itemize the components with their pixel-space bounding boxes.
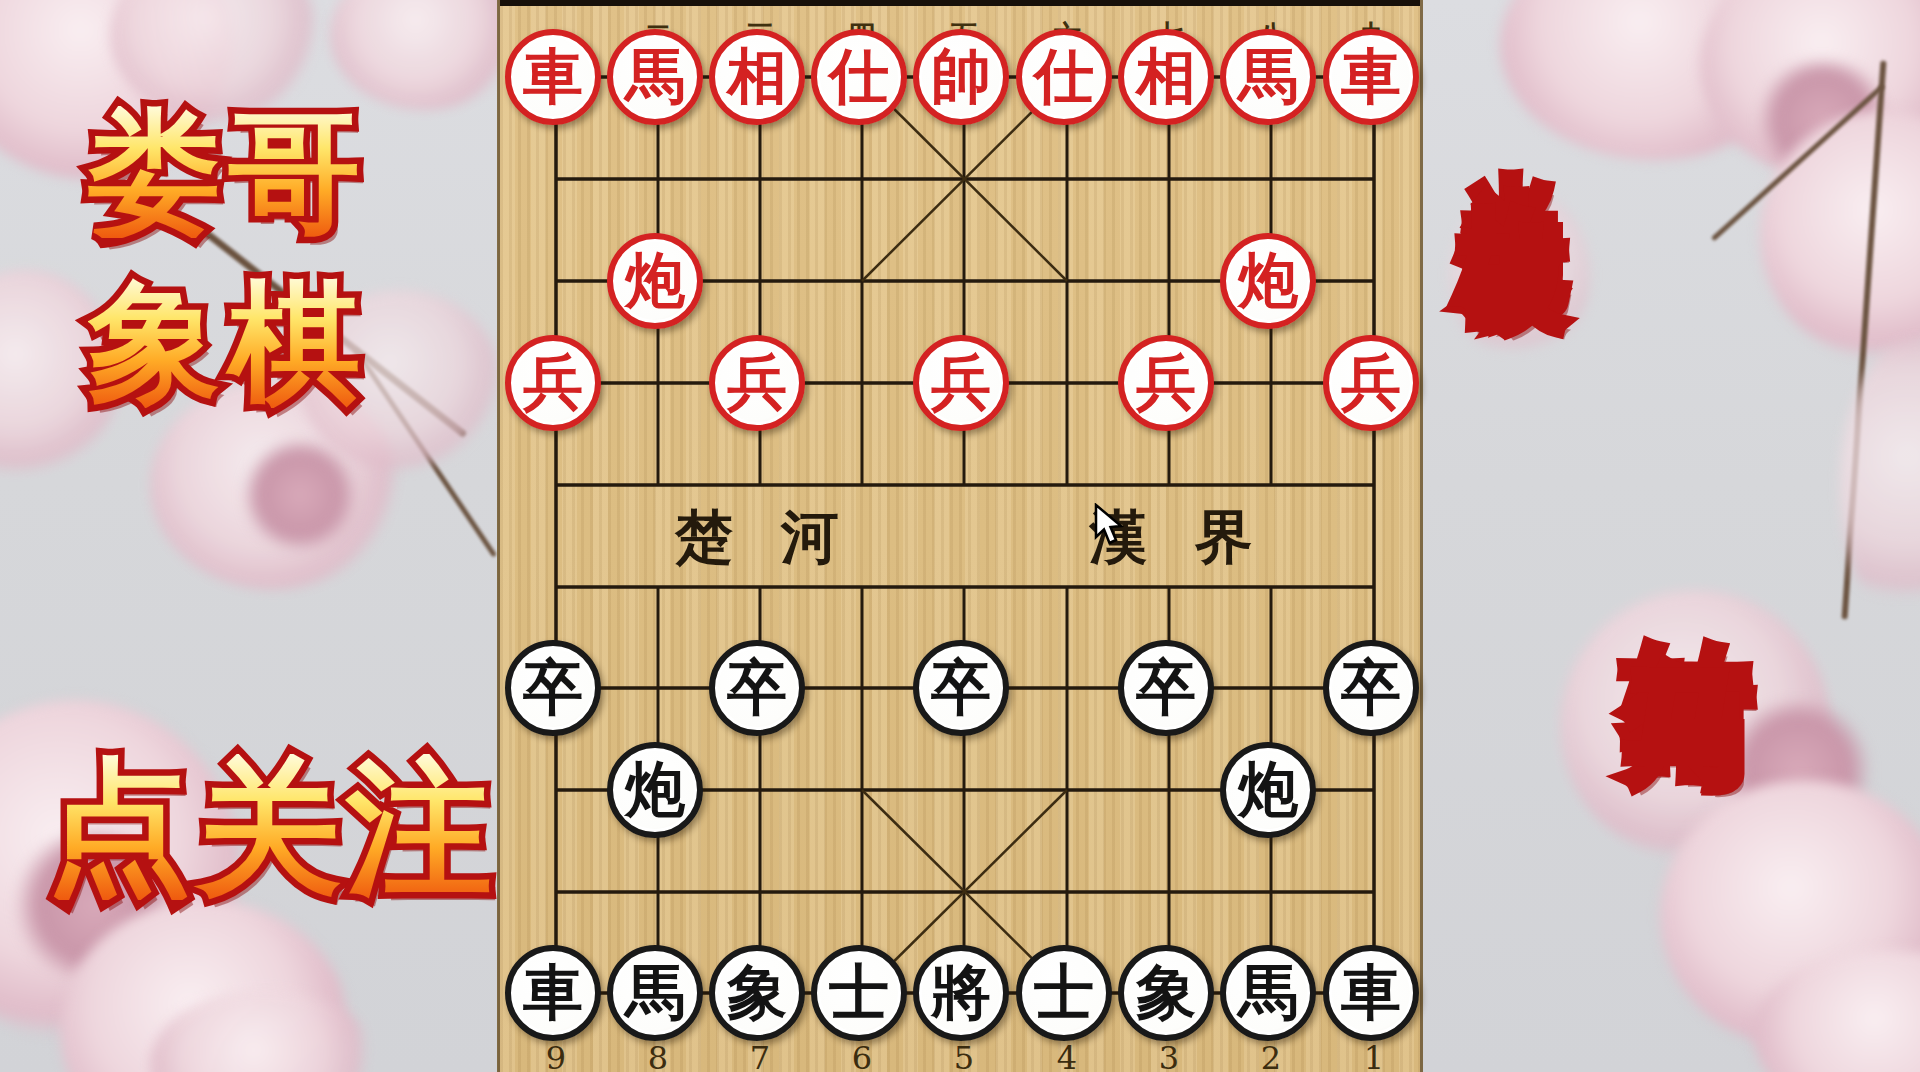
top-file-label: 九	[1360, 22, 1388, 50]
caption-text: 点关注	[46, 754, 496, 900]
channel-title-line2: 象棋 象棋	[88, 276, 368, 408]
bottom-file-number: 2	[1261, 1042, 1281, 1072]
mouse-cursor	[1093, 503, 1129, 549]
top-file-label: 四	[848, 22, 876, 50]
top-file-label: 五	[950, 22, 978, 50]
xiangqi-board: 一二三四五六七八九 987654321 楚河 漢界	[497, 0, 1423, 1072]
right-caption-secondary: 转角马 转角马	[1626, 540, 1754, 594]
blossom-decoration	[1840, 340, 1920, 630]
bottom-file-number: 8	[648, 1042, 668, 1072]
right-background	[1423, 0, 1920, 1072]
caption-text: 娄哥	[88, 106, 368, 238]
right-caption-primary: 当头炮破 当头炮破	[1460, 88, 1566, 160]
bottom-file-number: 6	[852, 1042, 872, 1072]
channel-title-line1: 娄哥 娄哥	[88, 106, 368, 238]
caption-text: 转角马	[1626, 540, 1754, 594]
bottom-file-number: 4	[1057, 1042, 1077, 1072]
blossom-decoration	[240, 440, 360, 550]
caption-text: 当头炮破	[1460, 88, 1566, 160]
top-file-label: 六	[1053, 22, 1081, 50]
river-text-left: 楚河	[675, 508, 887, 566]
top-file-label: 七	[1155, 22, 1183, 50]
top-file-label: 八	[1257, 22, 1285, 50]
bottom-file-number: 1	[1364, 1042, 1384, 1072]
bottom-file-number: 3	[1159, 1042, 1179, 1072]
video-frame: 一二三四五六七八九 987654321 楚河 漢界 車馬相仕帥仕相馬車炮炮兵兵兵…	[0, 0, 1920, 1072]
blossom-decoration	[330, 0, 497, 110]
top-file-label: 一	[542, 22, 570, 50]
bottom-file-number: 7	[750, 1042, 770, 1072]
caption-text: 象棋	[88, 276, 368, 408]
bottom-file-number: 5	[954, 1042, 974, 1072]
top-file-label: 二	[644, 22, 672, 50]
blossom-decoration	[1450, 190, 1590, 360]
bottom-file-number: 9	[546, 1042, 566, 1072]
follow-cta: 点关注 点关注	[46, 754, 496, 900]
top-file-label: 三	[746, 22, 774, 50]
